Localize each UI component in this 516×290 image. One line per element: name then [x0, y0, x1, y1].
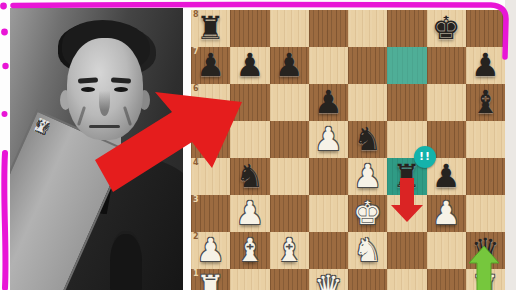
piece-black-pawn-h7[interactable]: ♟ — [466, 47, 505, 84]
square-a1[interactable]: 1♜ — [191, 269, 230, 290]
square-h3[interactable] — [466, 195, 505, 232]
piece-white-pawn-b3[interactable]: ♟ — [230, 195, 269, 232]
square-e7[interactable] — [348, 47, 387, 84]
square-g2[interactable] — [427, 232, 466, 269]
square-e3[interactable]: ♚ — [348, 195, 387, 232]
thumbnail-canvas: ♜♞♝♛♟♚♜♟♞♝♟♛♜♟♞♝♟♜♛♞♟♝♜♟♞♛♟♜♝♞♟♚♜♟♞♝ 8♜♚… — [0, 0, 516, 290]
square-c5[interactable] — [270, 121, 309, 158]
piece-white-bishop-b2[interactable]: ♝ — [230, 232, 269, 269]
square-b1[interactable] — [230, 269, 269, 290]
chess-board[interactable]: 8♜♚7♟♟♟♟6♟♝5♟♞4♞♟♜♟3♟♚♟2♟♝♝♞♛1♜♛♜ — [191, 10, 505, 290]
rank-label-4: 4 — [193, 159, 199, 167]
mouth — [89, 125, 120, 128]
square-h1[interactable]: ♜ — [466, 269, 505, 290]
square-a2[interactable]: 2♟ — [191, 232, 230, 269]
square-a6[interactable]: 6 — [191, 84, 230, 121]
square-c1[interactable] — [270, 269, 309, 290]
square-g8[interactable]: ♚ — [427, 10, 466, 47]
square-c8[interactable] — [270, 10, 309, 47]
square-b2[interactable]: ♝ — [230, 232, 269, 269]
piece-white-queen-d1[interactable]: ♛ — [309, 269, 348, 290]
eye-left — [81, 87, 95, 92]
square-c4[interactable] — [270, 158, 309, 195]
square-f7[interactable] — [387, 47, 426, 84]
rank-label-5: 5 — [193, 122, 199, 130]
square-d4[interactable] — [309, 158, 348, 195]
piece-black-pawn-a7[interactable]: ♟ — [191, 47, 230, 84]
square-h2[interactable]: ♛ — [466, 232, 505, 269]
piece-black-queen-h2[interactable]: ♛ — [466, 232, 505, 269]
square-e8[interactable] — [348, 10, 387, 47]
square-b7[interactable]: ♟ — [230, 47, 269, 84]
nose — [99, 88, 110, 116]
piece-black-pawn-c7[interactable]: ♟ — [270, 47, 309, 84]
square-f8[interactable] — [387, 10, 426, 47]
square-d1[interactable]: ♛ — [309, 269, 348, 290]
square-g1[interactable] — [427, 269, 466, 290]
square-f6[interactable] — [387, 84, 426, 121]
square-d3[interactable] — [309, 195, 348, 232]
square-h7[interactable]: ♟ — [466, 47, 505, 84]
piece-black-king-g8[interactable]: ♚ — [427, 10, 466, 47]
square-d6[interactable]: ♟ — [309, 84, 348, 121]
square-e4[interactable]: ♟ — [348, 158, 387, 195]
piece-black-knight-b4[interactable]: ♞ — [230, 158, 269, 195]
square-e6[interactable] — [348, 84, 387, 121]
square-h4[interactable] — [466, 158, 505, 195]
square-e2[interactable]: ♞ — [348, 232, 387, 269]
square-b8[interactable] — [230, 10, 269, 47]
square-a8[interactable]: 8♜ — [191, 10, 230, 47]
piece-black-bishop-h6[interactable]: ♝ — [466, 84, 505, 121]
eye-right — [114, 87, 128, 92]
chess-piece-silhouette — [110, 234, 142, 290]
square-e1[interactable] — [348, 269, 387, 290]
piece-white-pawn-d5[interactable]: ♟ — [309, 121, 348, 158]
brilliant-move-badge: !! — [414, 146, 436, 168]
piece-white-bishop-c2[interactable]: ♝ — [270, 232, 309, 269]
rank-label-6: 6 — [193, 85, 199, 93]
portrait-photo: ♜♞♝♛♟♚♜♟♞♝♟♛♜♟♞♝♟♜♛♞♟♝♜♟♞♛♟♜♝♞♟♚♜♟♞♝ — [10, 8, 183, 290]
square-b3[interactable]: ♟ — [230, 195, 269, 232]
piece-black-knight-e5[interactable]: ♞ — [348, 121, 387, 158]
square-a4[interactable]: 4 — [191, 158, 230, 195]
piece-black-rook-a8[interactable]: ♜ — [191, 10, 230, 47]
piece-white-pawn-e4[interactable]: ♟ — [348, 158, 387, 195]
piece-white-pawn-a2[interactable]: ♟ — [191, 232, 230, 269]
piece-white-rook-h1[interactable]: ♜ — [466, 269, 505, 290]
square-f2[interactable] — [387, 232, 426, 269]
square-a7[interactable]: 7♟ — [191, 47, 230, 84]
square-g6[interactable] — [427, 84, 466, 121]
square-h6[interactable]: ♝ — [466, 84, 505, 121]
piece-black-pawn-d6[interactable]: ♟ — [309, 84, 348, 121]
square-h8[interactable] — [466, 10, 505, 47]
square-c3[interactable] — [270, 195, 309, 232]
square-b5[interactable] — [230, 121, 269, 158]
piece-white-pawn-g3[interactable]: ♟ — [427, 195, 466, 232]
rank-label-3: 3 — [193, 196, 199, 204]
piece-white-knight-e2[interactable]: ♞ — [348, 232, 387, 269]
right-margin — [505, 0, 516, 290]
square-g7[interactable] — [427, 47, 466, 84]
square-g3[interactable]: ♟ — [427, 195, 466, 232]
piece-white-rook-a1[interactable]: ♜ — [191, 269, 230, 290]
square-a5[interactable]: 5 — [191, 121, 230, 158]
square-b6[interactable] — [230, 84, 269, 121]
square-c6[interactable] — [270, 84, 309, 121]
square-c2[interactable]: ♝ — [270, 232, 309, 269]
piece-white-king-e3[interactable]: ♚ — [348, 195, 387, 232]
square-h5[interactable] — [466, 121, 505, 158]
square-e5[interactable]: ♞ — [348, 121, 387, 158]
square-d8[interactable] — [309, 10, 348, 47]
piece-black-pawn-b7[interactable]: ♟ — [230, 47, 269, 84]
square-b4[interactable]: ♞ — [230, 158, 269, 195]
square-f1[interactable] — [387, 269, 426, 290]
square-a3[interactable]: 3 — [191, 195, 230, 232]
square-c7[interactable]: ♟ — [270, 47, 309, 84]
square-d7[interactable] — [309, 47, 348, 84]
square-d5[interactable]: ♟ — [309, 121, 348, 158]
square-f3[interactable] — [387, 195, 426, 232]
square-d2[interactable] — [309, 232, 348, 269]
